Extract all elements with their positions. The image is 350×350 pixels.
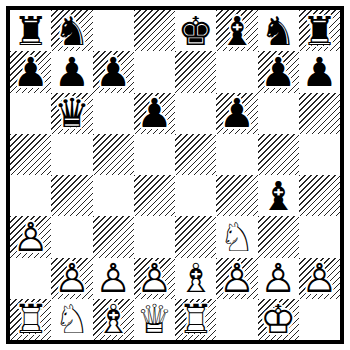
square-b4[interactable] xyxy=(51,175,92,216)
square-e5[interactable] xyxy=(175,134,216,175)
piece-halo: ♝ xyxy=(93,299,134,340)
white-knight-f3[interactable]: ♘ xyxy=(216,216,257,257)
chessboard-frame: ♜♜♞♞♚♚♝♝♞♞♜♜♟♟♟♟♟♟♟♟♟♟♛♛♟♟♟♟♝♝♟♙♞♘♟♙♟♙♟♙… xyxy=(6,6,344,344)
square-e7[interactable] xyxy=(175,51,216,92)
square-f4[interactable] xyxy=(216,175,257,216)
black-knight-g8[interactable]: ♞ xyxy=(258,10,299,51)
white-rook-e1[interactable]: ♖ xyxy=(175,299,216,340)
square-g3[interactable] xyxy=(258,216,299,257)
piece-halo: ♝ xyxy=(216,10,257,51)
white-bishop-e2[interactable]: ♗ xyxy=(175,258,216,299)
square-e1[interactable]: ♜♖ xyxy=(175,299,216,340)
white-pawn-a3[interactable]: ♙ xyxy=(10,216,51,257)
white-pawn-d2[interactable]: ♙ xyxy=(134,258,175,299)
piece-halo: ♟ xyxy=(216,258,257,299)
piece-halo: ♟ xyxy=(299,51,340,92)
square-d2[interactable]: ♟♙ xyxy=(134,258,175,299)
piece-halo: ♝ xyxy=(258,175,299,216)
square-h5[interactable] xyxy=(299,134,340,175)
black-bishop-f8[interactable]: ♝ xyxy=(216,10,257,51)
square-b2[interactable]: ♟♙ xyxy=(51,258,92,299)
square-h2[interactable]: ♟♙ xyxy=(299,258,340,299)
square-b6[interactable]: ♛♛ xyxy=(51,93,92,134)
square-c5[interactable] xyxy=(93,134,134,175)
white-pawn-h2[interactable]: ♙ xyxy=(299,258,340,299)
black-pawn-h7[interactable]: ♟ xyxy=(299,51,340,92)
square-f6[interactable]: ♟♟ xyxy=(216,93,257,134)
square-d6[interactable]: ♟♟ xyxy=(134,93,175,134)
piece-halo: ♟ xyxy=(10,51,51,92)
square-b7[interactable]: ♟♟ xyxy=(51,51,92,92)
piece-halo: ♟ xyxy=(134,93,175,134)
piece-halo: ♟ xyxy=(258,51,299,92)
piece-halo: ♟ xyxy=(10,216,51,257)
piece-halo: ♛ xyxy=(51,93,92,134)
piece-halo: ♞ xyxy=(51,299,92,340)
white-knight-b1[interactable]: ♘ xyxy=(51,299,92,340)
square-c8[interactable] xyxy=(93,10,134,51)
square-c2[interactable]: ♟♙ xyxy=(93,258,134,299)
square-d4[interactable] xyxy=(134,175,175,216)
white-rook-a1[interactable]: ♖ xyxy=(10,299,51,340)
square-e2[interactable]: ♝♗ xyxy=(175,258,216,299)
piece-halo: ♟ xyxy=(134,258,175,299)
black-pawn-f6[interactable]: ♟ xyxy=(216,93,257,134)
white-pawn-b2[interactable]: ♙ xyxy=(51,258,92,299)
square-c1[interactable]: ♝♗ xyxy=(93,299,134,340)
piece-halo: ♟ xyxy=(93,258,134,299)
square-b5[interactable] xyxy=(51,134,92,175)
square-b8[interactable]: ♞♞ xyxy=(51,10,92,51)
black-queen-b6[interactable]: ♛ xyxy=(51,93,92,134)
piece-halo: ♟ xyxy=(299,258,340,299)
piece-halo: ♜ xyxy=(10,299,51,340)
square-h4[interactable] xyxy=(299,175,340,216)
square-d5[interactable] xyxy=(134,134,175,175)
square-f1[interactable] xyxy=(216,299,257,340)
square-a3[interactable]: ♟♙ xyxy=(10,216,51,257)
square-f5[interactable] xyxy=(216,134,257,175)
piece-halo: ♜ xyxy=(299,10,340,51)
square-g2[interactable]: ♟♙ xyxy=(258,258,299,299)
piece-halo: ♞ xyxy=(258,10,299,51)
square-e6[interactable] xyxy=(175,93,216,134)
square-h3[interactable] xyxy=(299,216,340,257)
square-h8[interactable]: ♜♜ xyxy=(299,10,340,51)
black-rook-h8[interactable]: ♜ xyxy=(299,10,340,51)
piece-halo: ♜ xyxy=(10,10,51,51)
piece-halo: ♚ xyxy=(258,299,299,340)
black-bishop-g4[interactable]: ♝ xyxy=(258,175,299,216)
square-d8[interactable] xyxy=(134,10,175,51)
square-g7[interactable]: ♟♟ xyxy=(258,51,299,92)
black-king-e8[interactable]: ♚ xyxy=(175,10,216,51)
square-d7[interactable] xyxy=(134,51,175,92)
white-pawn-f2[interactable]: ♙ xyxy=(216,258,257,299)
black-pawn-a7[interactable]: ♟ xyxy=(10,51,51,92)
square-h7[interactable]: ♟♟ xyxy=(299,51,340,92)
piece-halo: ♞ xyxy=(216,216,257,257)
square-d3[interactable] xyxy=(134,216,175,257)
square-e8[interactable]: ♚♚ xyxy=(175,10,216,51)
square-g1[interactable]: ♚♔ xyxy=(258,299,299,340)
square-a1[interactable]: ♜♖ xyxy=(10,299,51,340)
chessboard: ♜♜♞♞♚♚♝♝♞♞♜♜♟♟♟♟♟♟♟♟♟♟♛♛♟♟♟♟♝♝♟♙♞♘♟♙♟♙♟♙… xyxy=(10,10,340,340)
square-a8[interactable]: ♜♜ xyxy=(10,10,51,51)
piece-halo: ♜ xyxy=(175,299,216,340)
black-pawn-c7[interactable]: ♟ xyxy=(93,51,134,92)
square-e3[interactable] xyxy=(175,216,216,257)
square-g6[interactable] xyxy=(258,93,299,134)
white-pawn-g2[interactable]: ♙ xyxy=(258,258,299,299)
black-pawn-g7[interactable]: ♟ xyxy=(258,51,299,92)
black-knight-b8[interactable]: ♞ xyxy=(51,10,92,51)
black-rook-a8[interactable]: ♜ xyxy=(10,10,51,51)
piece-halo: ♟ xyxy=(216,93,257,134)
square-f8[interactable]: ♝♝ xyxy=(216,10,257,51)
square-d1[interactable]: ♛♕ xyxy=(134,299,175,340)
black-pawn-d6[interactable]: ♟ xyxy=(134,93,175,134)
piece-halo: ♚ xyxy=(175,10,216,51)
white-queen-d1[interactable]: ♕ xyxy=(134,299,175,340)
square-f3[interactable]: ♞♘ xyxy=(216,216,257,257)
piece-halo: ♞ xyxy=(51,10,92,51)
piece-halo: ♟ xyxy=(51,51,92,92)
square-a6[interactable] xyxy=(10,93,51,134)
square-c6[interactable] xyxy=(93,93,134,134)
square-e4[interactable] xyxy=(175,175,216,216)
square-g4[interactable]: ♝♝ xyxy=(258,175,299,216)
square-a2[interactable] xyxy=(10,258,51,299)
white-bishop-c1[interactable]: ♗ xyxy=(93,299,134,340)
square-a5[interactable] xyxy=(10,134,51,175)
square-c7[interactable]: ♟♟ xyxy=(93,51,134,92)
square-g5[interactable] xyxy=(258,134,299,175)
white-king-g1[interactable]: ♔ xyxy=(258,299,299,340)
piece-halo: ♛ xyxy=(134,299,175,340)
piece-halo: ♟ xyxy=(258,258,299,299)
piece-halo: ♟ xyxy=(93,51,134,92)
square-b3[interactable] xyxy=(51,216,92,257)
piece-halo: ♝ xyxy=(175,258,216,299)
black-pawn-b7[interactable]: ♟ xyxy=(51,51,92,92)
square-g8[interactable]: ♞♞ xyxy=(258,10,299,51)
square-a4[interactable] xyxy=(10,175,51,216)
square-f2[interactable]: ♟♙ xyxy=(216,258,257,299)
square-c4[interactable] xyxy=(93,175,134,216)
square-b1[interactable]: ♞♘ xyxy=(51,299,92,340)
square-f7[interactable] xyxy=(216,51,257,92)
square-a7[interactable]: ♟♟ xyxy=(10,51,51,92)
square-h6[interactable] xyxy=(299,93,340,134)
piece-halo: ♟ xyxy=(51,258,92,299)
white-pawn-c2[interactable]: ♙ xyxy=(93,258,134,299)
square-c3[interactable] xyxy=(93,216,134,257)
square-h1[interactable] xyxy=(299,299,340,340)
